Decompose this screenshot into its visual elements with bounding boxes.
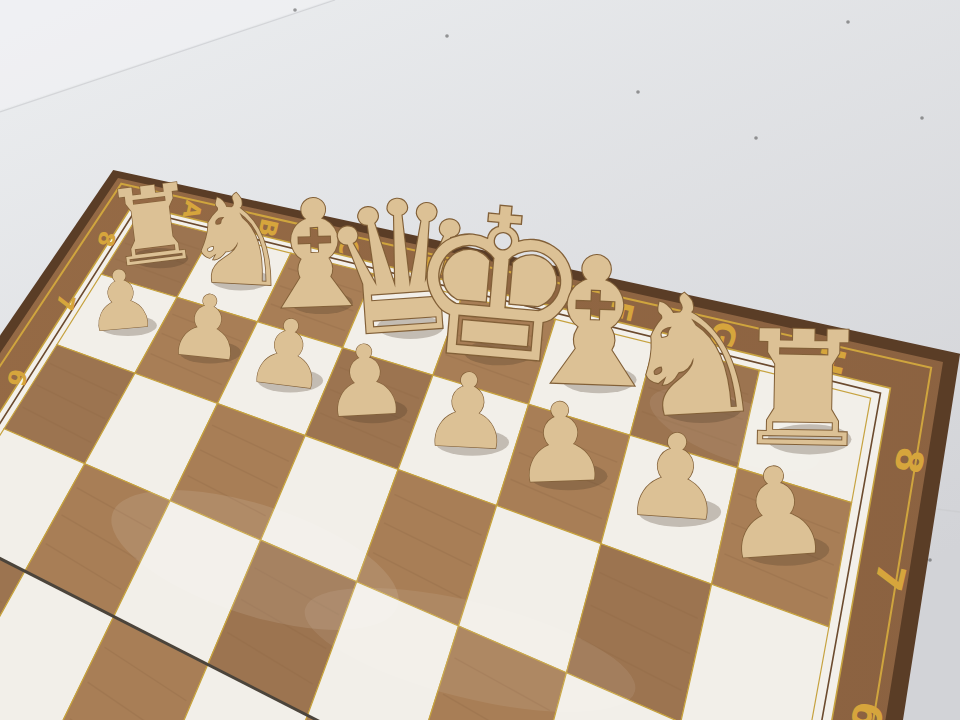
piece-white-pawn-a7: ♟ bbox=[81, 250, 162, 350]
dust-speck bbox=[754, 136, 758, 140]
folding-chess-board: AABBCCDDEEFFGGHH8877665544332211♜♞♝♛♚♝♞♜… bbox=[0, 0, 960, 720]
dust-speck bbox=[293, 8, 297, 12]
dust-speck bbox=[636, 90, 640, 94]
piece-white-pawn-f7: ♟ bbox=[510, 378, 612, 508]
dust-speck bbox=[920, 116, 924, 120]
piece-white-pawn-h7: ♟ bbox=[717, 438, 836, 587]
dust-speck bbox=[928, 558, 932, 562]
piece-white-pawn-d7: ♟ bbox=[319, 322, 411, 439]
piece-white-pawn-b7: ♟ bbox=[164, 273, 251, 381]
piece-white-pawn-g7: ♟ bbox=[619, 406, 731, 547]
piece-white-pawn-e7: ♟ bbox=[418, 349, 516, 473]
chess-set-photo: AABBCCDDEEFFGGHH8877665544332211♜♞♝♛♚♝♞♜… bbox=[0, 0, 960, 720]
dust-speck bbox=[846, 20, 850, 24]
dust-speck bbox=[445, 34, 449, 38]
